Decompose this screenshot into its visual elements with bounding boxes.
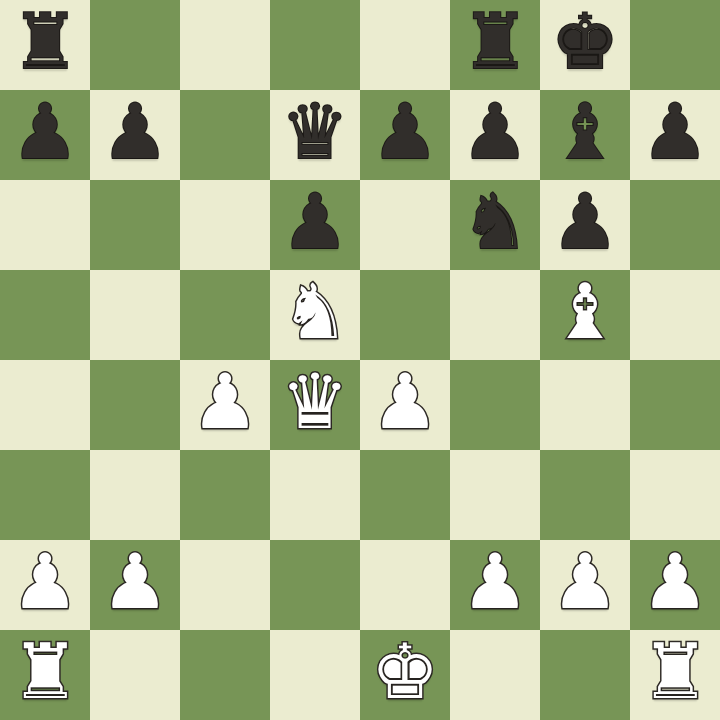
square-h5[interactable] xyxy=(630,270,720,360)
piece-white-bishop[interactable]: ♝ xyxy=(551,267,619,357)
square-e2[interactable] xyxy=(360,540,450,630)
square-c7[interactable] xyxy=(180,90,270,180)
square-d4[interactable]: ♛ xyxy=(270,360,360,450)
piece-white-pawn[interactable]: ♟ xyxy=(551,537,619,627)
piece-black-pawn[interactable]: ♟ xyxy=(371,87,439,177)
square-d5[interactable]: ♞ xyxy=(270,270,360,360)
square-e4[interactable]: ♟ xyxy=(360,360,450,450)
square-c5[interactable] xyxy=(180,270,270,360)
square-g6[interactable]: ♟ xyxy=(540,180,630,270)
square-b6[interactable] xyxy=(90,180,180,270)
piece-white-rook[interactable]: ♜ xyxy=(11,627,79,717)
square-a8[interactable]: ♜ xyxy=(0,0,90,90)
piece-black-rook[interactable]: ♜ xyxy=(461,0,529,87)
piece-black-pawn[interactable]: ♟ xyxy=(11,87,79,177)
piece-black-pawn[interactable]: ♟ xyxy=(641,87,709,177)
piece-white-pawn[interactable]: ♟ xyxy=(461,537,529,627)
square-a4[interactable] xyxy=(0,360,90,450)
square-e6[interactable] xyxy=(360,180,450,270)
piece-white-king[interactable]: ♚ xyxy=(371,627,439,717)
square-h6[interactable] xyxy=(630,180,720,270)
square-d1[interactable] xyxy=(270,630,360,720)
square-g4[interactable] xyxy=(540,360,630,450)
square-g2[interactable]: ♟ xyxy=(540,540,630,630)
square-e1[interactable]: ♚ xyxy=(360,630,450,720)
piece-white-pawn[interactable]: ♟ xyxy=(191,357,259,447)
square-g7[interactable]: ♝ xyxy=(540,90,630,180)
piece-white-pawn[interactable]: ♟ xyxy=(641,537,709,627)
square-d2[interactable] xyxy=(270,540,360,630)
square-f2[interactable]: ♟ xyxy=(450,540,540,630)
square-c3[interactable] xyxy=(180,450,270,540)
piece-black-bishop[interactable]: ♝ xyxy=(551,87,619,177)
piece-white-queen[interactable]: ♛ xyxy=(281,357,349,447)
square-b1[interactable] xyxy=(90,630,180,720)
piece-white-pawn[interactable]: ♟ xyxy=(11,537,79,627)
square-b8[interactable] xyxy=(90,0,180,90)
piece-black-rook[interactable]: ♜ xyxy=(11,0,79,87)
square-f1[interactable] xyxy=(450,630,540,720)
square-a7[interactable]: ♟ xyxy=(0,90,90,180)
square-e7[interactable]: ♟ xyxy=(360,90,450,180)
square-b4[interactable] xyxy=(90,360,180,450)
square-c4[interactable]: ♟ xyxy=(180,360,270,450)
square-f8[interactable]: ♜ xyxy=(450,0,540,90)
square-h7[interactable]: ♟ xyxy=(630,90,720,180)
square-b3[interactable] xyxy=(90,450,180,540)
square-h2[interactable]: ♟ xyxy=(630,540,720,630)
square-f7[interactable]: ♟ xyxy=(450,90,540,180)
square-d8[interactable] xyxy=(270,0,360,90)
piece-white-rook[interactable]: ♜ xyxy=(641,627,709,717)
square-a3[interactable] xyxy=(0,450,90,540)
square-e5[interactable] xyxy=(360,270,450,360)
piece-black-pawn[interactable]: ♟ xyxy=(551,177,619,267)
square-g3[interactable] xyxy=(540,450,630,540)
square-f4[interactable] xyxy=(450,360,540,450)
square-e3[interactable] xyxy=(360,450,450,540)
square-a1[interactable]: ♜ xyxy=(0,630,90,720)
piece-black-pawn[interactable]: ♟ xyxy=(281,177,349,267)
square-h4[interactable] xyxy=(630,360,720,450)
square-h3[interactable] xyxy=(630,450,720,540)
square-e8[interactable] xyxy=(360,0,450,90)
square-f3[interactable] xyxy=(450,450,540,540)
square-g5[interactable]: ♝ xyxy=(540,270,630,360)
piece-white-knight[interactable]: ♞ xyxy=(281,267,349,357)
square-d3[interactable] xyxy=(270,450,360,540)
square-c6[interactable] xyxy=(180,180,270,270)
square-f5[interactable] xyxy=(450,270,540,360)
square-c1[interactable] xyxy=(180,630,270,720)
square-a5[interactable] xyxy=(0,270,90,360)
square-a2[interactable]: ♟ xyxy=(0,540,90,630)
square-a6[interactable] xyxy=(0,180,90,270)
square-c8[interactable] xyxy=(180,0,270,90)
piece-white-pawn[interactable]: ♟ xyxy=(371,357,439,447)
piece-black-knight[interactable]: ♞ xyxy=(461,177,529,267)
square-b2[interactable]: ♟ xyxy=(90,540,180,630)
piece-black-pawn[interactable]: ♟ xyxy=(101,87,169,177)
square-h1[interactable]: ♜ xyxy=(630,630,720,720)
square-f6[interactable]: ♞ xyxy=(450,180,540,270)
square-d7[interactable]: ♛ xyxy=(270,90,360,180)
square-g8[interactable]: ♚ xyxy=(540,0,630,90)
piece-white-pawn[interactable]: ♟ xyxy=(101,537,169,627)
square-c2[interactable] xyxy=(180,540,270,630)
square-g1[interactable] xyxy=(540,630,630,720)
piece-black-king[interactable]: ♚ xyxy=(551,0,619,87)
chess-board: ♜♜♚♟♟♛♟♟♝♟♟♞♟♞♝♟♛♟♟♟♟♟♟♜♚♜ xyxy=(0,0,720,720)
piece-black-pawn[interactable]: ♟ xyxy=(461,87,529,177)
piece-black-queen[interactable]: ♛ xyxy=(281,87,349,177)
square-h8[interactable] xyxy=(630,0,720,90)
square-b7[interactable]: ♟ xyxy=(90,90,180,180)
square-d6[interactable]: ♟ xyxy=(270,180,360,270)
square-b5[interactable] xyxy=(90,270,180,360)
